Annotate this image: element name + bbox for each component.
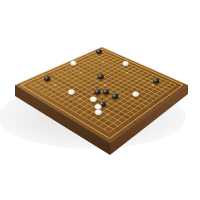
white-stone-H4 bbox=[68, 89, 75, 94]
white-stone-A11 bbox=[70, 61, 76, 66]
white-stone-O4 bbox=[95, 104, 102, 110]
white-stone-H18 bbox=[123, 61, 129, 66]
black-stone-A18 bbox=[96, 49, 102, 54]
black-stone-M8 bbox=[103, 89, 109, 94]
white-stone-M5 bbox=[90, 96, 97, 102]
black-stone-B4 bbox=[44, 76, 50, 81]
black-stone-L7 bbox=[94, 89, 100, 94]
black-stone-O8 bbox=[112, 94, 119, 99]
white-stone-Q11 bbox=[132, 91, 138, 96]
goban-scene bbox=[0, 0, 200, 200]
black-stone-H11 bbox=[98, 74, 104, 79]
white-stone-P3 bbox=[95, 109, 102, 115]
black-stone-Q17 bbox=[153, 78, 159, 83]
go-board-product-photo bbox=[0, 0, 200, 200]
